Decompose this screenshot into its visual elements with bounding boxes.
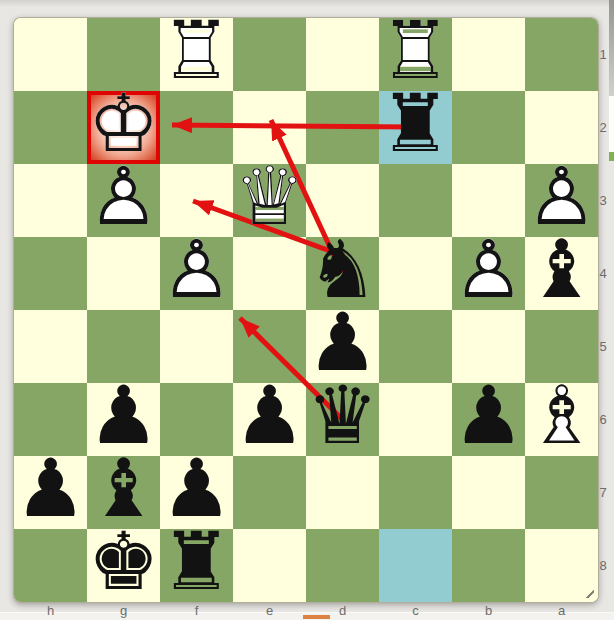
window-top-shadow: [0, 0, 614, 7]
white-rook-outline-glyph: ♖: [160, 17, 233, 87]
chess-board: ♜♖♜♖♚♔♜♟♙♛♕♟♙♟♙♞♟♙♝♟♟♟♛♟♝♗♟♝♟♚♜: [13, 17, 599, 603]
piece-black-pawn-h7[interactable]: ♟: [14, 456, 87, 529]
file-label-b: b: [452, 602, 525, 618]
rank-label-3: 3: [596, 164, 610, 237]
black-pawn-glyph: ♟: [233, 379, 306, 452]
black-queen-glyph: ♛: [306, 379, 379, 452]
piece-black-pawn-e6[interactable]: ♟: [233, 383, 306, 456]
piece-black-rook-c2[interactable]: ♜: [379, 91, 452, 164]
rank-label-7: 7: [596, 456, 610, 529]
piece-white-pawn-b4[interactable]: ♟♙: [452, 237, 525, 310]
file-label-a: a: [525, 602, 598, 618]
black-rook-glyph: ♜: [379, 87, 452, 160]
piece-white-pawn-f4[interactable]: ♟♙: [160, 237, 233, 310]
piece-black-pawn-b6[interactable]: ♟: [452, 383, 525, 456]
white-pawn-outline-glyph: ♙: [87, 160, 160, 233]
file-label-d: d: [306, 602, 379, 618]
rank-label-5: 5: [596, 310, 610, 383]
white-queen-outline-glyph: ♕: [233, 160, 306, 233]
rank-label-8: 8: [596, 529, 610, 602]
piece-white-bishop-a6[interactable]: ♝♗: [525, 383, 598, 456]
white-pawn-outline-glyph: ♙: [452, 233, 525, 306]
board-pieces: ♜♖♜♖♚♔♜♟♙♛♕♟♙♟♙♞♟♙♝♟♟♟♛♟♝♗♟♝♟♚♜: [14, 18, 598, 602]
piece-black-queen-d6[interactable]: ♛: [306, 383, 379, 456]
rank-label-2: 2: [596, 91, 610, 164]
black-bishop-glyph: ♝: [525, 233, 598, 306]
file-label-c: c: [379, 602, 452, 618]
black-king-glyph: ♚: [87, 525, 160, 598]
rank-label-4: 4: [596, 237, 610, 310]
rank-coordinates: 12345678: [596, 18, 610, 602]
black-rook-glyph: ♜: [160, 525, 233, 598]
black-pawn-glyph: ♟: [452, 379, 525, 452]
file-label-g: g: [87, 602, 160, 618]
piece-black-rook-f8[interactable]: ♜: [160, 529, 233, 602]
file-label-h: h: [14, 602, 87, 618]
piece-black-bishop-a4[interactable]: ♝: [525, 237, 598, 310]
file-coordinates: hgfedcba: [14, 602, 598, 618]
piece-white-rook-f1[interactable]: ♜♖: [160, 18, 233, 91]
piece-black-king-g8[interactable]: ♚: [87, 529, 160, 602]
rank-label-1: 1: [596, 18, 610, 91]
white-pawn-outline-glyph: ♙: [160, 233, 233, 306]
file-label-f: f: [160, 602, 233, 618]
black-pawn-glyph: ♟: [14, 452, 87, 525]
piece-white-pawn-g3[interactable]: ♟♙: [87, 164, 160, 237]
rank-label-6: 6: [596, 383, 610, 456]
piece-white-queen-e3[interactable]: ♛♕: [233, 164, 306, 237]
white-bishop-outline-glyph: ♗: [525, 379, 598, 452]
file-label-e: e: [233, 602, 306, 618]
